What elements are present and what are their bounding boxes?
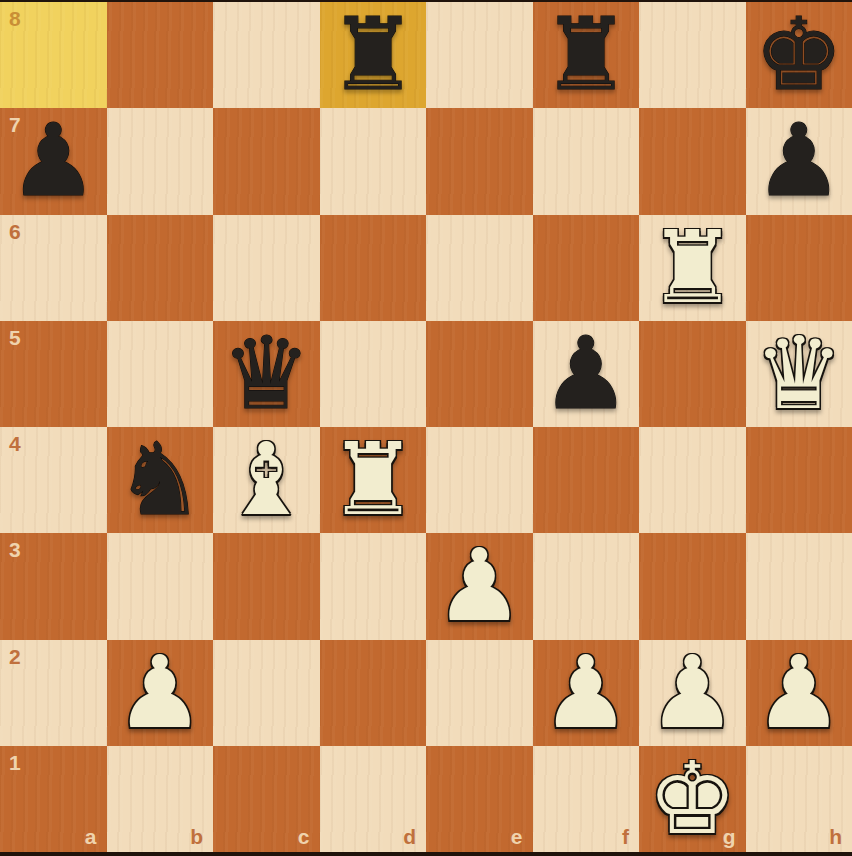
black-king[interactable]: ♚ bbox=[746, 2, 852, 108]
white-pawn[interactable]: ♟ bbox=[107, 640, 214, 746]
square-a6[interactable]: 6 bbox=[0, 215, 107, 321]
white-pawn[interactable]: ♟ bbox=[746, 640, 852, 746]
black-pawn[interactable]: ♟ bbox=[746, 108, 852, 214]
square-f6[interactable] bbox=[533, 215, 640, 321]
square-d8[interactable]: ♜ bbox=[320, 2, 427, 108]
square-c7[interactable] bbox=[213, 108, 320, 214]
square-b5[interactable] bbox=[107, 321, 214, 427]
square-b3[interactable] bbox=[107, 533, 214, 639]
square-f4[interactable] bbox=[533, 427, 640, 533]
square-b1[interactable]: b bbox=[107, 746, 214, 852]
square-c1[interactable]: c bbox=[213, 746, 320, 852]
white-queen[interactable]: ♛ bbox=[746, 321, 852, 427]
square-c4[interactable]: ♝ bbox=[213, 427, 320, 533]
white-pawn[interactable]: ♟ bbox=[639, 640, 746, 746]
square-b8[interactable] bbox=[107, 2, 214, 108]
file-label-g: g bbox=[723, 825, 736, 849]
black-rook[interactable]: ♜ bbox=[320, 2, 427, 108]
square-g8[interactable] bbox=[639, 2, 746, 108]
black-pawn[interactable]: ♟ bbox=[533, 321, 640, 427]
square-e5[interactable] bbox=[426, 321, 533, 427]
rank-label-7: 7 bbox=[9, 113, 21, 137]
square-f5[interactable]: ♟ bbox=[533, 321, 640, 427]
square-e1[interactable]: e bbox=[426, 746, 533, 852]
square-e3[interactable]: ♟ bbox=[426, 533, 533, 639]
chess-board: 8♜♜♚7♟♟6♜5♛♟♛4♞♝♜3♟2♟♟♟♟1abcdefg♚h bbox=[0, 2, 852, 852]
square-e7[interactable] bbox=[426, 108, 533, 214]
square-e4[interactable] bbox=[426, 427, 533, 533]
square-e8[interactable] bbox=[426, 2, 533, 108]
file-label-e: e bbox=[511, 825, 523, 849]
rank-label-2: 2 bbox=[9, 645, 21, 669]
square-h4[interactable] bbox=[746, 427, 852, 533]
rank-label-5: 5 bbox=[9, 326, 21, 350]
square-e6[interactable] bbox=[426, 215, 533, 321]
square-d6[interactable] bbox=[320, 215, 427, 321]
white-rook[interactable]: ♜ bbox=[320, 427, 427, 533]
square-c8[interactable] bbox=[213, 2, 320, 108]
rank-label-6: 6 bbox=[9, 220, 21, 244]
square-c6[interactable] bbox=[213, 215, 320, 321]
square-a1[interactable]: 1a bbox=[0, 746, 107, 852]
square-a4[interactable]: 4 bbox=[0, 427, 107, 533]
square-b6[interactable] bbox=[107, 215, 214, 321]
rank-label-8: 8 bbox=[9, 7, 21, 31]
square-b7[interactable] bbox=[107, 108, 214, 214]
square-a2[interactable]: 2 bbox=[0, 640, 107, 746]
square-g7[interactable] bbox=[639, 108, 746, 214]
square-g6[interactable]: ♜ bbox=[639, 215, 746, 321]
file-label-d: d bbox=[403, 825, 416, 849]
square-b2[interactable]: ♟ bbox=[107, 640, 214, 746]
white-pawn[interactable]: ♟ bbox=[426, 533, 533, 639]
black-knight[interactable]: ♞ bbox=[107, 427, 214, 533]
square-b4[interactable]: ♞ bbox=[107, 427, 214, 533]
white-rook[interactable]: ♜ bbox=[639, 215, 746, 321]
square-g4[interactable] bbox=[639, 427, 746, 533]
square-h1[interactable]: h bbox=[746, 746, 852, 852]
black-queen[interactable]: ♛ bbox=[213, 321, 320, 427]
rank-label-3: 3 bbox=[9, 538, 21, 562]
square-e2[interactable] bbox=[426, 640, 533, 746]
square-h3[interactable] bbox=[746, 533, 852, 639]
file-label-c: c bbox=[298, 825, 310, 849]
square-a3[interactable]: 3 bbox=[0, 533, 107, 639]
square-d3[interactable] bbox=[320, 533, 427, 639]
square-f1[interactable]: f bbox=[533, 746, 640, 852]
square-f8[interactable]: ♜ bbox=[533, 2, 640, 108]
square-d1[interactable]: d bbox=[320, 746, 427, 852]
square-a8[interactable]: 8 bbox=[0, 2, 107, 108]
rank-label-1: 1 bbox=[9, 751, 21, 775]
square-c5[interactable]: ♛ bbox=[213, 321, 320, 427]
square-g3[interactable] bbox=[639, 533, 746, 639]
white-pawn[interactable]: ♟ bbox=[533, 640, 640, 746]
square-h8[interactable]: ♚ bbox=[746, 2, 852, 108]
square-h2[interactable]: ♟ bbox=[746, 640, 852, 746]
file-label-f: f bbox=[622, 825, 629, 849]
file-label-h: h bbox=[829, 825, 842, 849]
file-label-b: b bbox=[190, 825, 203, 849]
square-h5[interactable]: ♛ bbox=[746, 321, 852, 427]
square-h7[interactable]: ♟ bbox=[746, 108, 852, 214]
square-c3[interactable] bbox=[213, 533, 320, 639]
file-label-a: a bbox=[85, 825, 97, 849]
square-g1[interactable]: g♚ bbox=[639, 746, 746, 852]
square-d7[interactable] bbox=[320, 108, 427, 214]
black-rook[interactable]: ♜ bbox=[533, 2, 640, 108]
square-g2[interactable]: ♟ bbox=[639, 640, 746, 746]
white-bishop[interactable]: ♝ bbox=[213, 427, 320, 533]
board-frame: 8♜♜♚7♟♟6♜5♛♟♛4♞♝♜3♟2♟♟♟♟1abcdefg♚h bbox=[0, 0, 852, 856]
square-f7[interactable] bbox=[533, 108, 640, 214]
square-h6[interactable] bbox=[746, 215, 852, 321]
square-d2[interactable] bbox=[320, 640, 427, 746]
square-g5[interactable] bbox=[639, 321, 746, 427]
square-a7[interactable]: 7♟ bbox=[0, 108, 107, 214]
square-d5[interactable] bbox=[320, 321, 427, 427]
square-f2[interactable]: ♟ bbox=[533, 640, 640, 746]
square-c2[interactable] bbox=[213, 640, 320, 746]
rank-label-4: 4 bbox=[9, 432, 21, 456]
square-a5[interactable]: 5 bbox=[0, 321, 107, 427]
square-d4[interactable]: ♜ bbox=[320, 427, 427, 533]
square-f3[interactable] bbox=[533, 533, 640, 639]
